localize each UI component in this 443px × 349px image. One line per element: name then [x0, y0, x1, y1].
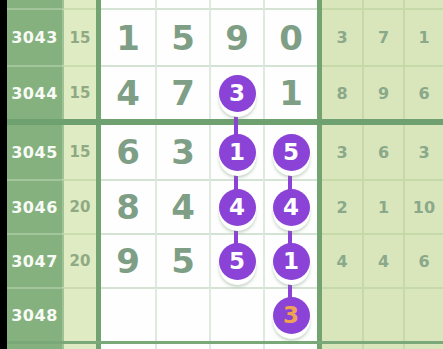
- draw-number-cell: 3047: [7, 233, 62, 287]
- draw-row-3043: 3043151590371: [7, 10, 443, 65]
- stat-cell: [322, 344, 362, 349]
- stat-cell: 6: [403, 65, 443, 119]
- stat-cell: 1: [362, 179, 403, 233]
- stat-cell: 3: [322, 10, 362, 65]
- digit-cell: 4: [101, 65, 155, 119]
- digit-cell: [263, 0, 317, 10]
- circled-digit: 4: [219, 189, 256, 226]
- draw-row-3044: 3044154731896: [7, 65, 443, 119]
- digit-cell: 4: [155, 179, 209, 233]
- sum-cell: 20: [62, 179, 96, 233]
- digit-cell: 8: [101, 179, 155, 233]
- digit-cell: [101, 344, 155, 349]
- digit-cell: [155, 287, 209, 341]
- partial-row-bottom: [7, 344, 443, 349]
- digit-cell: [209, 287, 263, 341]
- draw-row-3046: 30462084442110: [7, 179, 443, 233]
- digit-cell: 9: [101, 233, 155, 287]
- stat-cell: 3: [322, 125, 362, 179]
- stat-cell: 6: [362, 125, 403, 179]
- digit-cell: 7: [155, 65, 209, 119]
- circled-digit: 5: [219, 243, 256, 280]
- stat-cell: 3: [403, 125, 443, 179]
- stat-cell: [403, 287, 443, 341]
- digit-cell: 5: [263, 125, 317, 179]
- digit-cell: 1: [263, 65, 317, 119]
- draw-number-cell: 3048: [7, 287, 62, 341]
- digit-cell: 5: [155, 233, 209, 287]
- black-strip: [0, 0, 7, 349]
- circled-digit: 4: [273, 189, 310, 226]
- stat-cell: 9: [362, 65, 403, 119]
- sum-cell: 15: [62, 10, 96, 65]
- digit-cell: 1: [263, 233, 317, 287]
- digit-cell: 3: [155, 125, 209, 179]
- digit-cell: [101, 0, 155, 10]
- stat-cell: [362, 344, 403, 349]
- stat-cell: [362, 0, 403, 10]
- digit-cell: 1: [101, 10, 155, 65]
- stat-cell: 10: [403, 179, 443, 233]
- stat-cell: [322, 0, 362, 10]
- circled-digit: 1: [273, 243, 310, 280]
- sum-cell: [62, 287, 96, 341]
- sum-cell: 15: [62, 65, 96, 119]
- draw-number-cell: 3044: [7, 65, 62, 119]
- digit-cell: [263, 344, 317, 349]
- digit-cell: [209, 344, 263, 349]
- digit-cell: 5: [209, 233, 263, 287]
- draw-number-cell: 3043: [7, 10, 62, 65]
- digit-cell: 0: [263, 10, 317, 65]
- circled-digit-orange: 3: [273, 297, 310, 334]
- stat-cell: [322, 287, 362, 341]
- stat-cell: 6: [403, 233, 443, 287]
- digit-cell: 1: [209, 125, 263, 179]
- stat-cell: 8: [322, 65, 362, 119]
- draw-number-cell: 3045: [7, 125, 62, 179]
- draw-number-cell: [7, 0, 62, 10]
- stat-cell: [403, 344, 443, 349]
- draw-number-cell: 3046: [7, 179, 62, 233]
- draw-row-3045: 3045156315363: [7, 125, 443, 179]
- digit-cell: 9: [209, 10, 263, 65]
- stat-cell: 7: [362, 10, 403, 65]
- digit-cell: [101, 287, 155, 341]
- digit-cell: 6: [101, 125, 155, 179]
- digit-cell: [209, 0, 263, 10]
- digit-cell: 4: [209, 179, 263, 233]
- circled-digit: 3: [219, 75, 256, 112]
- draw-number-cell: [7, 344, 62, 349]
- digit-cell: [155, 344, 209, 349]
- sum-cell: 20: [62, 233, 96, 287]
- digit-cell: [155, 0, 209, 10]
- digit-cell: 4: [263, 179, 317, 233]
- sum-cell: [62, 344, 96, 349]
- circled-digit: 1: [219, 134, 256, 171]
- draw-row-3047: 3047209551446: [7, 233, 443, 287]
- trend-table: 3043151590371304415473189630451563153633…: [7, 0, 443, 349]
- stat-cell: [362, 287, 403, 341]
- lottery-trend-board: 3043151590371304415473189630451563153633…: [0, 0, 443, 349]
- digit-cell: 3: [263, 287, 317, 341]
- circled-digit: 5: [273, 134, 310, 171]
- partial-row-top: [7, 0, 443, 10]
- digit-cell: 3: [209, 65, 263, 119]
- stat-cell: 4: [322, 233, 362, 287]
- digit-cell: 5: [155, 10, 209, 65]
- stat-cell: 4: [362, 233, 403, 287]
- stat-cell: 2: [322, 179, 362, 233]
- draw-row-3048: 30483: [7, 287, 443, 341]
- sum-cell: [62, 0, 96, 10]
- stat-cell: [403, 0, 443, 10]
- stat-cell: 1: [403, 10, 443, 65]
- sum-cell: 15: [62, 125, 96, 179]
